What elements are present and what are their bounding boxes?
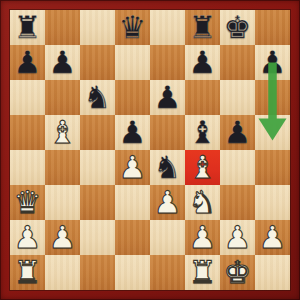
square-h8[interactable] (255, 10, 290, 45)
square-h4[interactable] (255, 150, 290, 185)
piece-black-pawn-e6[interactable]: ♟ (150, 80, 185, 115)
square-e4[interactable]: ♞ (150, 150, 185, 185)
chess-board-frame: ♜♛♜♚♟♟♟♟♞♟♝♟♝♟♟♞♝♛♟♞♟♟♟♟♟♜♜♚ (0, 0, 300, 300)
square-b8[interactable] (45, 10, 80, 45)
square-a7[interactable]: ♟ (10, 45, 45, 80)
square-g3[interactable] (220, 185, 255, 220)
piece-white-pawn-g2[interactable]: ♟ (220, 220, 255, 255)
square-b3[interactable] (45, 185, 80, 220)
square-d4[interactable]: ♟ (115, 150, 150, 185)
square-b6[interactable] (45, 80, 80, 115)
piece-black-pawn-b7[interactable]: ♟ (45, 45, 80, 80)
piece-white-pawn-e3[interactable]: ♟ (150, 185, 185, 220)
piece-black-pawn-g5[interactable]: ♟ (220, 115, 255, 150)
piece-black-rook-f8[interactable]: ♜ (185, 10, 220, 45)
square-a4[interactable] (10, 150, 45, 185)
piece-black-rook-a8[interactable]: ♜ (10, 10, 45, 45)
square-f3[interactable]: ♞ (185, 185, 220, 220)
square-c7[interactable] (80, 45, 115, 80)
square-e6[interactable]: ♟ (150, 80, 185, 115)
square-f7[interactable]: ♟ (185, 45, 220, 80)
square-b1[interactable] (45, 255, 80, 290)
square-f4[interactable]: ♝ (185, 150, 220, 185)
square-e2[interactable] (150, 220, 185, 255)
square-g5[interactable]: ♟ (220, 115, 255, 150)
square-a6[interactable] (10, 80, 45, 115)
square-c6[interactable]: ♞ (80, 80, 115, 115)
piece-black-pawn-h7[interactable]: ♟ (255, 45, 290, 80)
square-b4[interactable] (45, 150, 80, 185)
square-d7[interactable] (115, 45, 150, 80)
square-b2[interactable]: ♟ (45, 220, 80, 255)
square-f6[interactable] (185, 80, 220, 115)
square-c3[interactable] (80, 185, 115, 220)
square-a2[interactable]: ♟ (10, 220, 45, 255)
piece-white-rook-a1[interactable]: ♜ (10, 255, 45, 290)
square-f2[interactable]: ♟ (185, 220, 220, 255)
piece-white-king-g1[interactable]: ♚ (220, 255, 255, 290)
square-e1[interactable] (150, 255, 185, 290)
square-h6[interactable] (255, 80, 290, 115)
square-c4[interactable] (80, 150, 115, 185)
piece-white-pawn-h2[interactable]: ♟ (255, 220, 290, 255)
square-c1[interactable] (80, 255, 115, 290)
square-d8[interactable]: ♛ (115, 10, 150, 45)
square-f1[interactable]: ♜ (185, 255, 220, 290)
piece-white-pawn-b2[interactable]: ♟ (45, 220, 80, 255)
square-g7[interactable] (220, 45, 255, 80)
piece-black-knight-e4[interactable]: ♞ (150, 150, 185, 185)
square-e7[interactable] (150, 45, 185, 80)
square-b5[interactable]: ♝ (45, 115, 80, 150)
piece-black-pawn-f7[interactable]: ♟ (185, 45, 220, 80)
piece-white-rook-f1[interactable]: ♜ (185, 255, 220, 290)
square-h2[interactable]: ♟ (255, 220, 290, 255)
piece-black-king-g8[interactable]: ♚ (220, 10, 255, 45)
square-h3[interactable] (255, 185, 290, 220)
piece-black-pawn-a7[interactable]: ♟ (10, 45, 45, 80)
square-e3[interactable]: ♟ (150, 185, 185, 220)
square-h7[interactable]: ♟ (255, 45, 290, 80)
piece-white-bishop-b5[interactable]: ♝ (45, 115, 80, 150)
square-d2[interactable] (115, 220, 150, 255)
square-h5[interactable] (255, 115, 290, 150)
piece-black-pawn-d5[interactable]: ♟ (115, 115, 150, 150)
square-d5[interactable]: ♟ (115, 115, 150, 150)
square-f8[interactable]: ♜ (185, 10, 220, 45)
square-a5[interactable] (10, 115, 45, 150)
square-g4[interactable] (220, 150, 255, 185)
square-e8[interactable] (150, 10, 185, 45)
piece-black-knight-c6[interactable]: ♞ (80, 80, 115, 115)
square-f5[interactable]: ♝ (185, 115, 220, 150)
square-g1[interactable]: ♚ (220, 255, 255, 290)
piece-white-pawn-a2[interactable]: ♟ (10, 220, 45, 255)
square-a3[interactable]: ♛ (10, 185, 45, 220)
square-d6[interactable] (115, 80, 150, 115)
square-a1[interactable]: ♜ (10, 255, 45, 290)
piece-white-queen-a3[interactable]: ♛ (10, 185, 45, 220)
piece-white-pawn-f2[interactable]: ♟ (185, 220, 220, 255)
square-d1[interactable] (115, 255, 150, 290)
piece-black-bishop-f5[interactable]: ♝ (185, 115, 220, 150)
square-c2[interactable] (80, 220, 115, 255)
square-g8[interactable]: ♚ (220, 10, 255, 45)
square-a8[interactable]: ♜ (10, 10, 45, 45)
square-b7[interactable]: ♟ (45, 45, 80, 80)
piece-white-pawn-d4[interactable]: ♟ (115, 150, 150, 185)
piece-white-knight-f3[interactable]: ♞ (185, 185, 220, 220)
square-e5[interactable] (150, 115, 185, 150)
square-g6[interactable] (220, 80, 255, 115)
piece-black-queen-d8[interactable]: ♛ (115, 10, 150, 45)
square-c5[interactable] (80, 115, 115, 150)
square-c8[interactable] (80, 10, 115, 45)
square-g2[interactable]: ♟ (220, 220, 255, 255)
chess-board: ♜♛♜♚♟♟♟♟♞♟♝♟♝♟♟♞♝♛♟♞♟♟♟♟♟♜♜♚ (10, 10, 290, 290)
square-h1[interactable] (255, 255, 290, 290)
square-d3[interactable] (115, 185, 150, 220)
piece-white-bishop-f4[interactable]: ♝ (185, 150, 220, 185)
